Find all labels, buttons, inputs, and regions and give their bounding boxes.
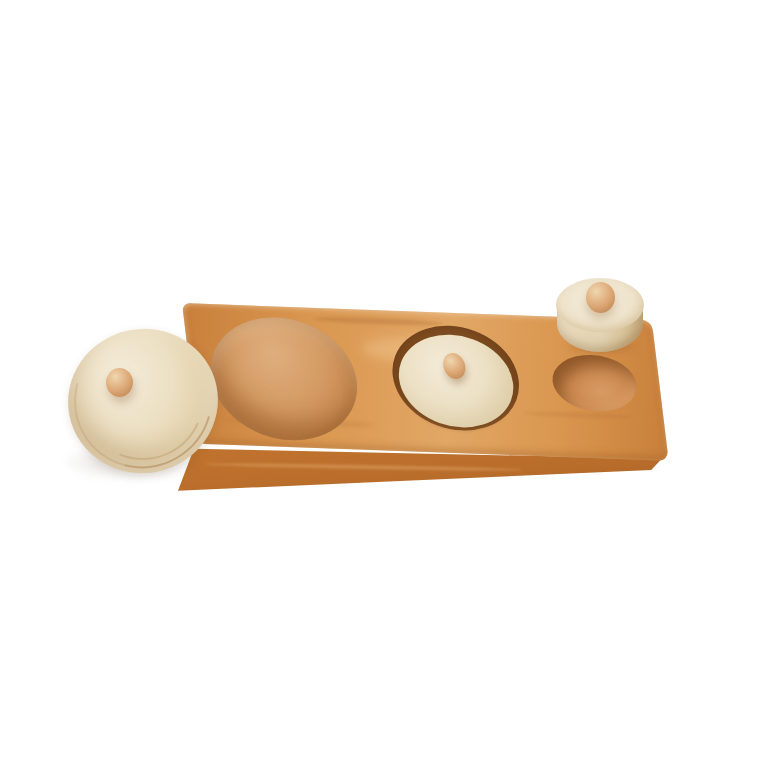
- small-circle-piece[interactable]: [556, 276, 644, 356]
- slot-medium: [362, 310, 539, 457]
- medium-piece-knob-icon[interactable]: [442, 353, 467, 380]
- large-piece-knob-icon[interactable]: [106, 368, 133, 397]
- large-circle-piece[interactable]: [62, 324, 222, 480]
- medium-circle-piece[interactable]: [394, 333, 519, 430]
- product-photo-canvas: [0, 0, 768, 768]
- medium-recess[interactable]: [386, 324, 525, 433]
- small-recess[interactable]: [549, 353, 640, 412]
- small-piece-knob-icon[interactable]: [586, 282, 615, 313]
- large-recess[interactable]: [203, 315, 364, 443]
